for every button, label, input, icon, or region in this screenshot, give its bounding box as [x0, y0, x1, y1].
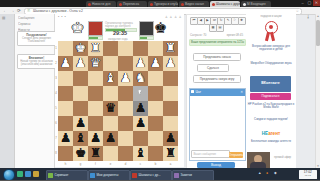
- medal-icon: [263, 21, 278, 43]
- chat-send-button[interactable]: Отправить: [229, 152, 243, 158]
- board-square[interactable]: [58, 41, 73, 56]
- window-minimize-button[interactable]: –: [299, 0, 306, 6]
- clock-date: 05.02: [299, 174, 317, 177]
- board-square[interactable]: [88, 101, 103, 116]
- file-label: b: [148, 162, 163, 166]
- white-pawn[interactable]: ♟: [73, 56, 88, 71]
- board-square[interactable]: ♜: [163, 41, 178, 56]
- quicklaunch-icon[interactable]: [25, 171, 31, 177]
- board-square[interactable]: [58, 86, 73, 101]
- sidebar-notification-card[interactable]: Поздравляем!Сегодня день рождения Пользо…: [17, 31, 57, 46]
- white-bishop[interactable]: ♝: [103, 71, 118, 86]
- game-clock: 29:35: [105, 30, 135, 36]
- action-button[interactable]: Предложить новую игру: [193, 75, 241, 84]
- board-square[interactable]: [118, 101, 133, 116]
- board-square[interactable]: [103, 116, 118, 131]
- board-square[interactable]: ♚: [73, 146, 88, 161]
- taskbar-window-label: Заметки: [181, 173, 192, 177]
- taskbar-window-icon: [90, 173, 95, 178]
- neagent-logo-part2: агент: [268, 131, 280, 136]
- ads-column: подарки и акции Всероссийские конкурсы д…: [246, 14, 296, 168]
- board-square[interactable]: ♟: [58, 131, 73, 146]
- black-bishop[interactable]: ♝: [73, 131, 88, 146]
- board-square[interactable]: ♟: [133, 101, 148, 116]
- quicklaunch-icon[interactable]: [33, 171, 39, 177]
- board-square[interactable]: [73, 86, 88, 101]
- rank-label: 6: [55, 121, 58, 125]
- chat-message-input[interactable]: Ваше сообщение: [191, 150, 230, 158]
- move-nav-button[interactable]: ✚: [238, 17, 246, 25]
- board-square[interactable]: ♝: [133, 146, 148, 161]
- board-square[interactable]: ♜: [163, 146, 178, 161]
- card-text: Сегодня день рождения Пользователя: [19, 37, 55, 43]
- taskbar-window-icon: [132, 173, 137, 178]
- chat-panel: Чат ✕ Ваше сообщение Отправить: [189, 88, 246, 161]
- board-square[interactable]: [118, 116, 133, 131]
- white-king[interactable]: ♚: [73, 41, 88, 56]
- file-label: a: [163, 162, 178, 166]
- white-king-icon: ♚: [71, 20, 84, 36]
- sidebar-notification-card[interactable]: Внимание!Новый турнир по обычным (класси…: [17, 54, 57, 69]
- board-square[interactable]: [88, 71, 103, 86]
- window-close-button[interactable]: ✕: [313, 0, 320, 6]
- white-rook[interactable]: ♜: [88, 41, 103, 56]
- board-square[interactable]: ♟: [133, 56, 148, 71]
- forward-icon[interactable]: →: [10, 8, 15, 13]
- rank-label: 2: [55, 61, 58, 65]
- tab-title: Турниры и клубы: [154, 2, 178, 6]
- file-label: g: [73, 162, 88, 166]
- black-pawn[interactable]: ♟: [88, 131, 103, 146]
- start-button[interactable]: [3, 169, 15, 180]
- taskbar-window-icon: [48, 173, 53, 178]
- board-square[interactable]: ♟: [163, 56, 178, 71]
- windows-taskbar: СкриншотМои документыШахматы с др...Заме…: [0, 168, 320, 180]
- board-square[interactable]: ♟: [88, 131, 103, 146]
- tab-title: Шахматы с друзьями: [216, 2, 240, 6]
- board-square[interactable]: [88, 116, 103, 131]
- board-square[interactable]: ♛: [103, 101, 118, 116]
- white-rook[interactable]: ♜: [163, 41, 178, 56]
- board-square[interactable]: [133, 41, 148, 56]
- chat-icon: [191, 90, 194, 93]
- stat-right: время 08:45: [227, 33, 243, 37]
- sidebar-link[interactable]: Сервисы: [18, 22, 52, 26]
- subscribe-banner[interactable]: Подписаться: [250, 93, 291, 100]
- tab-favicon: [243, 3, 246, 6]
- tray-icon[interactable]: ●: [266, 171, 268, 175]
- webcam-caption: прямой эфир: [270, 156, 295, 159]
- chess-board[interactable]: ♚♜♜♟♟♛♟♟♟♝♟♞♛♟♟♟♟♝♟♟♟♚♜♝♜: [58, 41, 178, 161]
- ad-item-5[interactable]: Бесплатные команды агентств: [247, 140, 295, 143]
- rank-label: 3: [55, 76, 58, 80]
- board-square[interactable]: [103, 41, 118, 56]
- taskbar-window-icon: [174, 173, 179, 178]
- tab-title: Переписка: [123, 2, 139, 6]
- file-label: e: [103, 162, 118, 166]
- tray-icon[interactable]: ▲: [258, 171, 261, 175]
- black-king[interactable]: ♚: [73, 146, 88, 161]
- white-player-avatar[interactable]: [88, 21, 103, 36]
- view-toggle-button[interactable]: ▤: [216, 24, 224, 32]
- taskbar-window-label: Мои документы: [97, 173, 119, 177]
- clock-subline: ожидание хода: [108, 37, 128, 41]
- white-pawn[interactable]: ♟: [118, 71, 133, 86]
- rank-label: 8: [55, 151, 58, 155]
- browser-tab-bar: Новости дняПерепискаТурниры и клубыВидео…: [0, 0, 320, 7]
- page-scrollbar[interactable]: ▲ ▼: [315, 14, 320, 168]
- board-square[interactable]: [163, 86, 178, 101]
- white-queen[interactable]: ♛: [88, 56, 103, 71]
- taskbar-window-button[interactable]: Мои документы: [88, 170, 130, 181]
- file-label: h: [58, 162, 73, 166]
- board-square[interactable]: [163, 101, 178, 116]
- white-time-bar: [88, 36, 103, 40]
- game-control-panel: ⏮◀▶⏭↻✎⚐✚▦▤ Сыграно: 70 время 08:45 Ваше …: [186, 14, 247, 170]
- taskbar-window-label: Скриншот: [55, 173, 69, 177]
- white-pawn[interactable]: ♟: [133, 56, 148, 71]
- board-square[interactable]: ♚: [73, 41, 88, 56]
- scrollbar-thumb[interactable]: [316, 20, 319, 46]
- tray-icon[interactable]: ◆: [274, 171, 277, 175]
- ad-item-1[interactable]: Всероссийские конкурсы для педагогов и д…: [247, 45, 295, 52]
- stat-left: Сыграно: 70: [190, 33, 206, 37]
- board-square[interactable]: ♟: [73, 116, 88, 131]
- board-square[interactable]: ♞: [133, 71, 148, 86]
- quicklaunch-icon[interactable]: [17, 171, 23, 177]
- board-square[interactable]: ♟: [73, 56, 88, 71]
- tab-title: Новости дня: [92, 2, 111, 6]
- board-square[interactable]: [118, 41, 133, 56]
- board-square[interactable]: ♝: [103, 71, 118, 86]
- back-icon[interactable]: ←: [3, 8, 8, 13]
- board-square[interactable]: [88, 86, 103, 101]
- white-pawn[interactable]: ♟: [163, 56, 178, 71]
- taskbar-window-label: Шахматы с др...: [139, 173, 161, 177]
- board-square[interactable]: ♜: [88, 146, 103, 161]
- taskbar-clock[interactable]: 17:02 05.02: [299, 170, 317, 179]
- rank-label: 4: [55, 91, 58, 95]
- left-sidebar: СообщенияСервисыНовости Поздравляем!Сего…: [15, 14, 55, 168]
- ad-top-link[interactable]: подарки и акции: [247, 15, 295, 18]
- white-pawn[interactable]: ♟: [58, 56, 73, 71]
- board-square[interactable]: [118, 131, 133, 146]
- vk-banner-label: ВКонтакте: [250, 81, 291, 85]
- ad-item-2[interactable]: МикроФон Оборудование звука: [247, 62, 295, 65]
- left-rail: ▤: [0, 14, 15, 168]
- neagent-logo[interactable]: НЕагент: [246, 131, 296, 136]
- board-square[interactable]: [163, 71, 178, 86]
- board-square[interactable]: ♟: [133, 116, 148, 131]
- board-square[interactable]: ♝: [73, 131, 88, 146]
- action-button[interactable]: Сдаться: [197, 64, 229, 73]
- board-square[interactable]: [73, 71, 88, 86]
- board-square[interactable]: [103, 56, 118, 71]
- board-square[interactable]: [133, 131, 148, 146]
- black-pawn[interactable]: ♟: [103, 131, 118, 146]
- reload-icon[interactable]: ⟳: [17, 8, 21, 13]
- ad-item-3[interactable]: HP Pavilion x2 на Кам распродаже в Media…: [247, 103, 295, 110]
- board-square[interactable]: [58, 71, 73, 86]
- board-square[interactable]: [58, 146, 73, 161]
- board-square[interactable]: [148, 146, 163, 161]
- card-text: Новый турнир по обычным (классическим) ш…: [19, 60, 55, 66]
- rank-label: 7: [55, 136, 58, 140]
- board-square[interactable]: [148, 116, 163, 131]
- board-square[interactable]: [148, 71, 163, 86]
- board-square[interactable]: [148, 131, 163, 146]
- download-icon[interactable]: ⭳: [306, 14, 311, 19]
- tab-favicon: [119, 3, 122, 6]
- board-square[interactable]: [148, 41, 163, 56]
- screenshot-root: Новости дняПерепискаТурниры и клубыВидео…: [0, 0, 320, 180]
- black-pawn[interactable]: ♟: [133, 101, 148, 116]
- file-label: c: [133, 162, 148, 166]
- white-knight[interactable]: ♞: [133, 71, 148, 86]
- board-square[interactable]: ♟: [163, 131, 178, 146]
- board-square[interactable]: [163, 116, 178, 131]
- board-square[interactable]: [118, 56, 133, 71]
- tab-title: Видео канал: [185, 2, 204, 6]
- board-square[interactable]: ♛: [88, 56, 103, 71]
- tab-favicon: [212, 3, 215, 6]
- black-pawn[interactable]: ♟: [58, 131, 73, 146]
- board-square[interactable]: [103, 86, 118, 101]
- chat-close-icon[interactable]: ✕: [240, 90, 243, 94]
- sidebar-link[interactable]: Сообщения: [18, 16, 52, 20]
- tab-favicon: [88, 3, 91, 6]
- black-pawn[interactable]: ♟: [163, 131, 178, 146]
- black-bishop[interactable]: ♝: [133, 146, 148, 161]
- board-square[interactable]: [148, 86, 163, 101]
- board-square[interactable]: [148, 101, 163, 116]
- board-square[interactable]: ♟: [58, 56, 73, 71]
- chat-title: Чат: [196, 90, 202, 94]
- black-rook[interactable]: ♜: [88, 146, 103, 161]
- bookmark-star-icon[interactable]: ☆: [296, 9, 299, 13]
- black-pawn[interactable]: ♟: [133, 116, 148, 131]
- black-king-icon: ♚: [154, 20, 167, 36]
- webcam-thumbnail[interactable]: [247, 152, 270, 168]
- rank-label: 1: [55, 46, 58, 50]
- rank-label: 5: [55, 106, 58, 110]
- board-square[interactable]: [118, 146, 133, 161]
- board-square[interactable]: [58, 116, 73, 131]
- taskbar-window-button[interactable]: Скриншот: [46, 170, 88, 181]
- captured-tray-left: • • •: [58, 15, 66, 19]
- window-maximize-button[interactable]: ▢: [306, 0, 313, 6]
- black-player-avatar[interactable]: [139, 21, 154, 36]
- black-rook[interactable]: ♜: [163, 146, 178, 161]
- chat-placeholder: Ваше сообщение: [194, 152, 217, 156]
- board-square[interactable]: ♟: [103, 131, 118, 146]
- white-pawn[interactable]: ♟: [148, 56, 163, 71]
- rail-menu-icon[interactable]: ▤: [2, 16, 14, 20]
- board-square[interactable]: ♟: [118, 71, 133, 86]
- captured-tray-right: ♙ ♙ ♙ ♙: [165, 15, 182, 19]
- vk-banner[interactable]: ВКонтакте: [250, 76, 291, 92]
- black-time-bar: [139, 36, 154, 40]
- board-square[interactable]: [58, 101, 73, 116]
- taskbar-window-button[interactable]: Заметки: [172, 170, 214, 181]
- black-pawn[interactable]: ♟: [73, 116, 88, 131]
- tab-title: М Входящие: [247, 2, 266, 6]
- tab-favicon: [181, 3, 184, 6]
- ad-item-4[interactable]: Скидки и подарки недели!: [247, 118, 295, 121]
- chat-header[interactable]: Чат ✕: [190, 89, 245, 96]
- action-button[interactable]: Предложить ничью: [193, 53, 241, 62]
- board-square[interactable]: [118, 86, 133, 101]
- board-square[interactable]: ♜: [88, 41, 103, 56]
- board-square[interactable]: [73, 101, 88, 116]
- file-label: f: [88, 162, 103, 166]
- draw-offer-alert: Ваше предложение отправлено на 1/25ч: [189, 39, 246, 47]
- board-square[interactable]: [103, 146, 118, 161]
- taskbar-window-button[interactable]: Шахматы с др...: [130, 170, 172, 181]
- file-label: d: [118, 162, 133, 166]
- board-square[interactable]: ♟: [148, 56, 163, 71]
- tab-favicon: [150, 3, 153, 6]
- black-queen[interactable]: ♛: [103, 101, 118, 116]
